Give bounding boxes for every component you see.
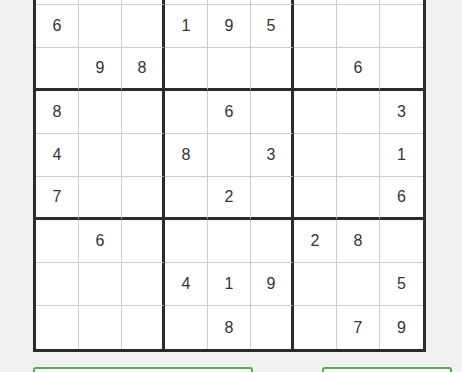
action-button-left[interactable] [33, 367, 253, 372]
sudoku-cell-r9c1[interactable] [36, 306, 79, 349]
sudoku-cell-r8c3[interactable] [122, 263, 165, 306]
sudoku-cell-r5c5[interactable] [208, 134, 251, 177]
sudoku-cell-r9c8[interactable]: 7 [337, 306, 380, 349]
sudoku-cell-r6c5[interactable]: 2 [208, 177, 251, 220]
sudoku-cell-r9c2[interactable] [79, 306, 122, 349]
sudoku-cell-r7c4[interactable] [165, 220, 208, 263]
sudoku-cell-r3c2[interactable]: 9 [79, 48, 122, 91]
sudoku-cell-r8c6[interactable]: 9 [251, 263, 294, 306]
sudoku-cell-r3c5[interactable] [208, 48, 251, 91]
sudoku-cell-r2c5[interactable]: 9 [208, 5, 251, 48]
sudoku-cell-r4c4[interactable] [165, 91, 208, 134]
sudoku-cell-r4c8[interactable] [337, 91, 380, 134]
sudoku-cell-r7c5[interactable] [208, 220, 251, 263]
sudoku-cell-r4c5[interactable]: 6 [208, 91, 251, 134]
sudoku-cell-r4c1[interactable]: 8 [36, 91, 79, 134]
sudoku-cell-r3c8[interactable]: 6 [337, 48, 380, 91]
sudoku-cell-r9c6[interactable] [251, 306, 294, 349]
sudoku-cell-r8c5[interactable]: 1 [208, 263, 251, 306]
sudoku-cell-r8c1[interactable] [36, 263, 79, 306]
sudoku-cell-r9c4[interactable] [165, 306, 208, 349]
sudoku-cell-r3c7[interactable] [294, 48, 337, 91]
sudoku-cell-r5c2[interactable] [79, 134, 122, 177]
sudoku-cell-r4c3[interactable] [122, 91, 165, 134]
sudoku-cell-r9c7[interactable] [294, 306, 337, 349]
sudoku-cell-r5c7[interactable] [294, 134, 337, 177]
sudoku-cell-r6c7[interactable] [294, 177, 337, 220]
sudoku-cell-r2c3[interactable] [122, 5, 165, 48]
action-button-right[interactable] [322, 367, 452, 372]
sudoku-cell-r2c1[interactable]: 6 [36, 5, 79, 48]
sudoku-cell-r7c6[interactable] [251, 220, 294, 263]
sudoku-cell-r2c6[interactable]: 5 [251, 5, 294, 48]
sudoku-cell-r2c2[interactable] [79, 5, 122, 48]
sudoku-cell-r6c9[interactable]: 6 [380, 177, 423, 220]
sudoku-cell-r4c9[interactable]: 3 [380, 91, 423, 134]
sudoku-cell-r2c4[interactable]: 1 [165, 5, 208, 48]
sudoku-cell-r6c4[interactable] [165, 177, 208, 220]
sudoku-cell-r8c4[interactable]: 4 [165, 263, 208, 306]
sudoku-cell-r2c7[interactable] [294, 5, 337, 48]
sudoku-cell-r4c6[interactable] [251, 91, 294, 134]
sudoku-cell-r7c8[interactable]: 8 [337, 220, 380, 263]
sudoku-cell-r6c3[interactable] [122, 177, 165, 220]
sudoku-cell-r8c8[interactable] [337, 263, 380, 306]
sudoku-cell-r5c8[interactable] [337, 134, 380, 177]
sudoku-cell-r3c9[interactable] [380, 48, 423, 91]
sudoku-cell-r5c9[interactable]: 1 [380, 134, 423, 177]
sudoku-cell-r5c3[interactable] [122, 134, 165, 177]
sudoku-cell-r5c4[interactable]: 8 [165, 134, 208, 177]
sudoku-cell-r9c5[interactable]: 8 [208, 306, 251, 349]
sudoku-cell-r6c6[interactable] [251, 177, 294, 220]
sudoku-cell-r5c1[interactable]: 4 [36, 134, 79, 177]
sudoku-cell-r4c2[interactable] [79, 91, 122, 134]
sudoku-cell-r7c3[interactable] [122, 220, 165, 263]
sudoku-board: 619598686348317266284195879 [33, 0, 426, 352]
sudoku-cell-r3c4[interactable] [165, 48, 208, 91]
sudoku-cell-r6c8[interactable] [337, 177, 380, 220]
sudoku-cell-r3c1[interactable] [36, 48, 79, 91]
sudoku-cell-r3c3[interactable]: 8 [122, 48, 165, 91]
sudoku-cell-r2c8[interactable] [337, 5, 380, 48]
sudoku-cell-r3c6[interactable] [251, 48, 294, 91]
sudoku-cell-r7c2[interactable]: 6 [79, 220, 122, 263]
sudoku-cell-r9c3[interactable] [122, 306, 165, 349]
sudoku-cell-r8c7[interactable] [294, 263, 337, 306]
sudoku-cell-r6c1[interactable]: 7 [36, 177, 79, 220]
sudoku-cell-r9c9[interactable]: 9 [380, 306, 423, 349]
sudoku-cell-r8c9[interactable]: 5 [380, 263, 423, 306]
sudoku-cell-r8c2[interactable] [79, 263, 122, 306]
sudoku-cell-r7c9[interactable] [380, 220, 423, 263]
sudoku-cell-r6c2[interactable] [79, 177, 122, 220]
sudoku-cell-r2c9[interactable] [380, 5, 423, 48]
sudoku-cell-r7c7[interactable]: 2 [294, 220, 337, 263]
sudoku-cell-r5c6[interactable]: 3 [251, 134, 294, 177]
sudoku-cell-r4c7[interactable] [294, 91, 337, 134]
sudoku-cell-r7c1[interactable] [36, 220, 79, 263]
